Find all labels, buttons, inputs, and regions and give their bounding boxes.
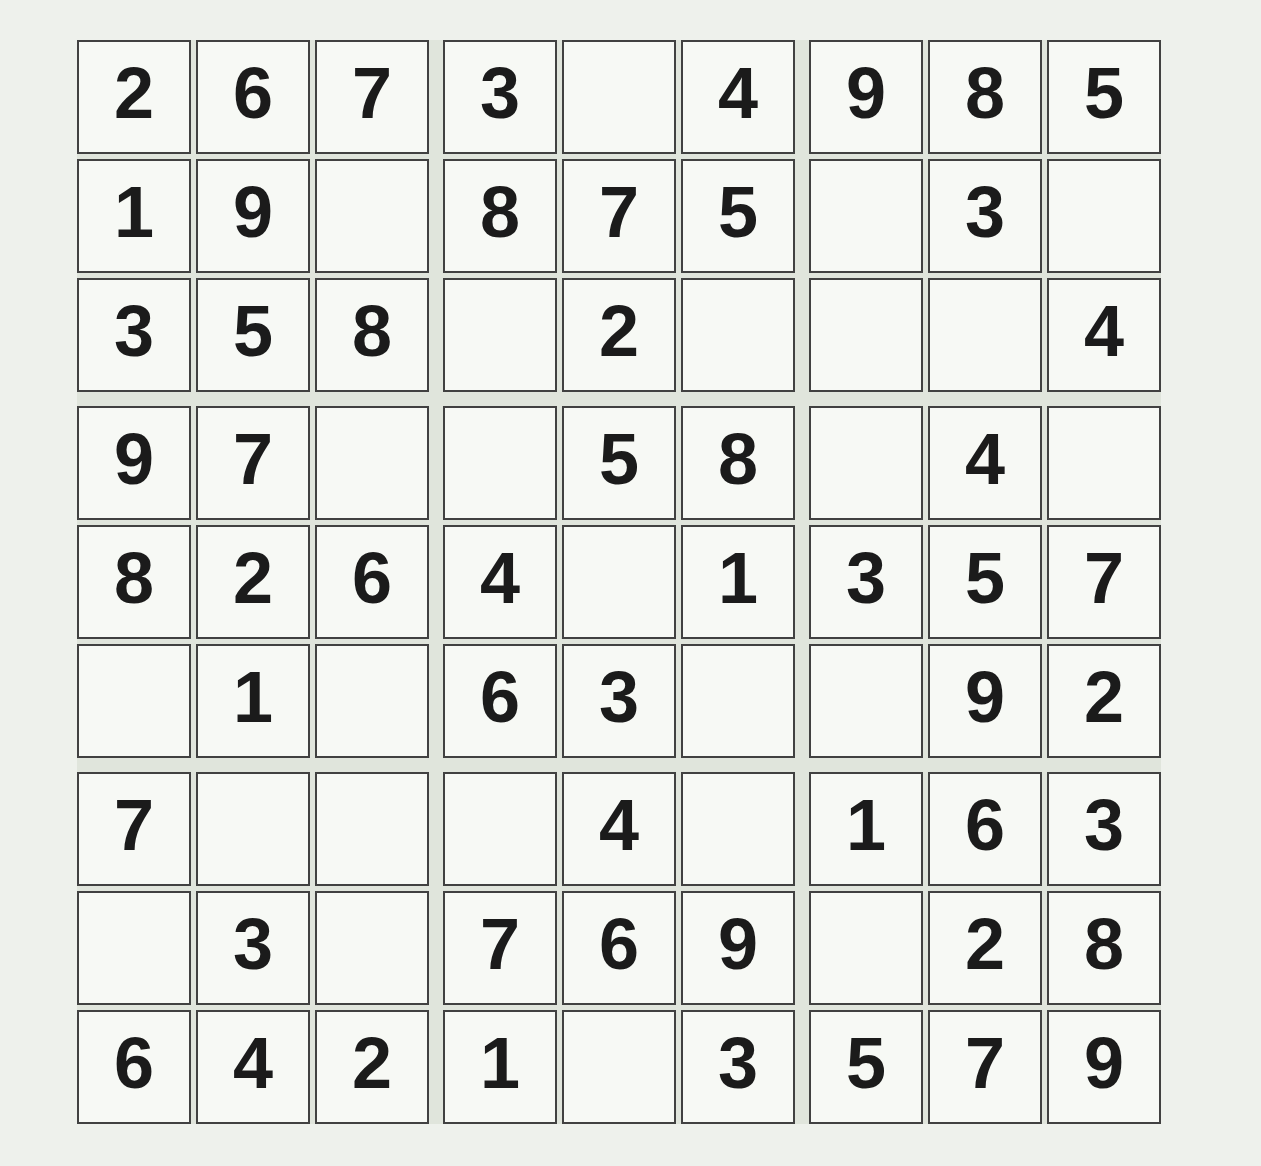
box-4: 978261 (77, 406, 429, 758)
cell-r3c4[interactable] (443, 278, 557, 392)
cell-r6c1[interactable] (77, 644, 191, 758)
cell-r6c9[interactable]: 2 (1047, 644, 1161, 758)
cell-r8c5[interactable]: 6 (562, 891, 676, 1005)
cell-r1c6[interactable]: 4 (681, 40, 795, 154)
cell-r3c7[interactable] (809, 278, 923, 392)
cell-r7c1[interactable]: 7 (77, 772, 191, 886)
cell-r7c2[interactable] (196, 772, 310, 886)
cell-r4c2[interactable]: 7 (196, 406, 310, 520)
cell-r7c7[interactable]: 1 (809, 772, 923, 886)
cell-r1c4[interactable]: 3 (443, 40, 557, 154)
cell-r7c5[interactable]: 4 (562, 772, 676, 886)
cell-r5c5[interactable] (562, 525, 676, 639)
cell-r8c8[interactable]: 2 (928, 891, 1042, 1005)
cell-r2c3[interactable] (315, 159, 429, 273)
cell-r7c8[interactable]: 6 (928, 772, 1042, 886)
cell-r5c9[interactable]: 7 (1047, 525, 1161, 639)
cell-r8c3[interactable] (315, 891, 429, 1005)
cell-r7c9[interactable]: 3 (1047, 772, 1161, 886)
cell-r9c6[interactable]: 3 (681, 1010, 795, 1124)
cell-r5c3[interactable]: 6 (315, 525, 429, 639)
cell-r3c2[interactable]: 5 (196, 278, 310, 392)
cell-r9c7[interactable]: 5 (809, 1010, 923, 1124)
cell-r5c6[interactable]: 1 (681, 525, 795, 639)
box-9: 16328579 (809, 772, 1161, 1124)
cell-r1c5[interactable] (562, 40, 676, 154)
box-3: 98534 (809, 40, 1161, 392)
cell-r1c3[interactable]: 7 (315, 40, 429, 154)
cell-r4c5[interactable]: 5 (562, 406, 676, 520)
cell-r8c6[interactable]: 9 (681, 891, 795, 1005)
cell-r9c9[interactable]: 9 (1047, 1010, 1161, 1124)
cell-r4c1[interactable]: 9 (77, 406, 191, 520)
cell-r4c6[interactable]: 8 (681, 406, 795, 520)
box-8: 476913 (443, 772, 795, 1124)
cell-r1c7[interactable]: 9 (809, 40, 923, 154)
cell-r2c5[interactable]: 7 (562, 159, 676, 273)
cell-r2c9[interactable] (1047, 159, 1161, 273)
cell-r8c2[interactable]: 3 (196, 891, 310, 1005)
cell-r2c1[interactable]: 1 (77, 159, 191, 273)
cell-r8c4[interactable]: 7 (443, 891, 557, 1005)
box-7: 73642 (77, 772, 429, 1124)
cell-r1c1[interactable]: 2 (77, 40, 191, 154)
cell-r4c4[interactable] (443, 406, 557, 520)
cell-r8c9[interactable]: 8 (1047, 891, 1161, 1005)
cell-r3c8[interactable] (928, 278, 1042, 392)
cell-r4c7[interactable] (809, 406, 923, 520)
cell-r2c6[interactable]: 5 (681, 159, 795, 273)
cell-r6c2[interactable]: 1 (196, 644, 310, 758)
cell-r6c7[interactable] (809, 644, 923, 758)
cell-r9c1[interactable]: 6 (77, 1010, 191, 1124)
cell-r9c3[interactable]: 2 (315, 1010, 429, 1124)
cell-r1c8[interactable]: 8 (928, 40, 1042, 154)
sudoku-board: 2671935834875298534978261584163435792736… (77, 40, 1161, 1124)
cell-r5c2[interactable]: 2 (196, 525, 310, 639)
cell-r6c4[interactable]: 6 (443, 644, 557, 758)
cell-r8c1[interactable] (77, 891, 191, 1005)
cell-r6c3[interactable] (315, 644, 429, 758)
cell-r2c7[interactable] (809, 159, 923, 273)
cell-r3c3[interactable]: 8 (315, 278, 429, 392)
cell-r7c4[interactable] (443, 772, 557, 886)
cell-r5c1[interactable]: 8 (77, 525, 191, 639)
cell-r2c2[interactable]: 9 (196, 159, 310, 273)
cell-r2c8[interactable]: 3 (928, 159, 1042, 273)
cell-r1c9[interactable]: 5 (1047, 40, 1161, 154)
cell-r2c4[interactable]: 8 (443, 159, 557, 273)
cell-r9c5[interactable] (562, 1010, 676, 1124)
cell-r1c2[interactable]: 6 (196, 40, 310, 154)
cell-r3c5[interactable]: 2 (562, 278, 676, 392)
cell-r5c8[interactable]: 5 (928, 525, 1042, 639)
cell-r3c6[interactable] (681, 278, 795, 392)
box-2: 348752 (443, 40, 795, 392)
box-6: 435792 (809, 406, 1161, 758)
cell-r6c5[interactable]: 3 (562, 644, 676, 758)
cell-r4c8[interactable]: 4 (928, 406, 1042, 520)
cell-r7c6[interactable] (681, 772, 795, 886)
cell-r5c7[interactable]: 3 (809, 525, 923, 639)
cell-r3c9[interactable]: 4 (1047, 278, 1161, 392)
cell-r6c6[interactable] (681, 644, 795, 758)
cell-r7c3[interactable] (315, 772, 429, 886)
cell-r3c1[interactable]: 3 (77, 278, 191, 392)
cell-r4c3[interactable] (315, 406, 429, 520)
cell-r6c8[interactable]: 9 (928, 644, 1042, 758)
box-5: 584163 (443, 406, 795, 758)
cell-r9c4[interactable]: 1 (443, 1010, 557, 1124)
cell-r4c9[interactable] (1047, 406, 1161, 520)
box-1: 26719358 (77, 40, 429, 392)
cell-r5c4[interactable]: 4 (443, 525, 557, 639)
cell-r8c7[interactable] (809, 891, 923, 1005)
cell-r9c8[interactable]: 7 (928, 1010, 1042, 1124)
cell-r9c2[interactable]: 4 (196, 1010, 310, 1124)
